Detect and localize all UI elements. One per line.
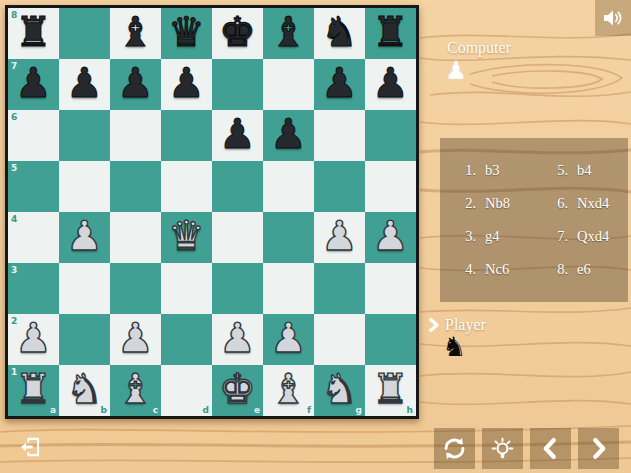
black-knight[interactable]: ♞ (314, 8, 365, 59)
move-text: b3 (485, 162, 500, 179)
move-text: b4 (577, 162, 592, 179)
square-h3[interactable] (365, 263, 416, 314)
white-rook[interactable]: ♜ (365, 365, 416, 416)
square-f3[interactable] (263, 263, 314, 314)
white-pawn[interactable]: ♟ (314, 212, 365, 263)
move-number: 7. (546, 228, 568, 245)
move-number: 3. (454, 228, 476, 245)
move-text: Nb8 (485, 195, 510, 212)
square-g1[interactable]: g♞ (314, 365, 365, 416)
move-list-panel: 1.b3 5.b4 2.Nb8 6.Nxd4 3.g4 7.Qxd4 4.Nc6… (440, 138, 628, 302)
square-d3[interactable] (161, 263, 212, 314)
square-e4[interactable] (212, 212, 263, 263)
white-bishop[interactable]: ♝ (263, 365, 314, 416)
chevron-right-icon (586, 436, 611, 461)
exit-button[interactable] (12, 428, 50, 466)
exit-icon (18, 431, 44, 463)
lightbulb-icon (489, 435, 516, 462)
move-number: 2. (454, 195, 476, 212)
chevron-left-icon (538, 436, 563, 461)
speaker-icon (601, 6, 625, 30)
square-d6[interactable] (161, 110, 212, 161)
black-pawn[interactable]: ♟ (365, 59, 416, 110)
black-rook[interactable]: ♜ (8, 8, 59, 59)
white-pawn[interactable]: ♟ (263, 314, 314, 365)
black-pawn[interactable]: ♟ (263, 110, 314, 161)
square-g6[interactable] (314, 110, 365, 161)
rank-label: 4 (11, 214, 17, 224)
black-pawn[interactable]: ♟ (110, 59, 161, 110)
restart-button[interactable] (434, 428, 475, 469)
square-f4[interactable] (263, 212, 314, 263)
move-number: 6. (546, 195, 568, 212)
square-a2[interactable]: 2♟ (8, 314, 59, 365)
square-e6[interactable]: ♟ (212, 110, 263, 161)
square-c5[interactable] (110, 161, 161, 212)
square-h8[interactable]: ♜ (365, 8, 416, 59)
black-pawn[interactable]: ♟ (212, 110, 263, 161)
square-b6[interactable] (59, 110, 110, 161)
square-e7[interactable] (212, 59, 263, 110)
square-g3[interactable] (314, 263, 365, 314)
square-c3[interactable] (110, 263, 161, 314)
square-d4[interactable]: ♛ (161, 212, 212, 263)
square-c6[interactable] (110, 110, 161, 161)
square-e1[interactable]: e♚ (212, 365, 263, 416)
square-e2[interactable]: ♟ (212, 314, 263, 365)
move-entry: 6.Nxd4 (546, 195, 624, 212)
black-pawn[interactable]: ♟ (314, 59, 365, 110)
square-f5[interactable] (263, 161, 314, 212)
computer-label: Computer (447, 39, 511, 57)
black-pawn[interactable]: ♟ (59, 59, 110, 110)
square-g8[interactable]: ♞ (314, 8, 365, 59)
white-knight[interactable]: ♞ (59, 365, 110, 416)
square-g4[interactable]: ♟ (314, 212, 365, 263)
square-h5[interactable] (365, 161, 416, 212)
move-number: 5. (546, 162, 568, 179)
forward-button[interactable] (578, 428, 619, 469)
square-a5[interactable]: 5 (8, 161, 59, 212)
black-bishop[interactable]: ♝ (110, 8, 161, 59)
square-b1[interactable]: b♞ (59, 365, 110, 416)
square-c7[interactable]: ♟ (110, 59, 161, 110)
black-bishop[interactable]: ♝ (263, 8, 314, 59)
square-d7[interactable]: ♟ (161, 59, 212, 110)
move-entry: 1.b3 (454, 162, 546, 179)
square-d8[interactable]: ♛ (161, 8, 212, 59)
rank-label: 3 (11, 265, 17, 275)
move-entry: 3.g4 (454, 228, 546, 245)
square-f2[interactable]: ♟ (263, 314, 314, 365)
square-g2[interactable] (314, 314, 365, 365)
square-b5[interactable] (59, 161, 110, 212)
white-knight[interactable]: ♞ (314, 365, 365, 416)
move-entry: 2.Nb8 (454, 195, 546, 212)
black-king[interactable]: ♚ (212, 8, 263, 59)
square-f6[interactable]: ♟ (263, 110, 314, 161)
square-f8[interactable]: ♝ (263, 8, 314, 59)
square-b2[interactable] (59, 314, 110, 365)
square-d5[interactable] (161, 161, 212, 212)
square-b8[interactable] (59, 8, 110, 59)
white-king[interactable]: ♚ (212, 365, 263, 416)
white-pawn[interactable]: ♟ (59, 212, 110, 263)
move-text: Nc6 (485, 261, 509, 278)
move-number: 8. (546, 261, 568, 278)
black-pawn[interactable]: ♟ (161, 59, 212, 110)
white-queen[interactable]: ♛ (161, 212, 212, 263)
square-f1[interactable]: f♝ (263, 365, 314, 416)
white-pawn-icon: ♟ (444, 56, 468, 86)
square-h6[interactable] (365, 110, 416, 161)
move-text: g4 (485, 228, 500, 245)
square-e8[interactable]: ♚ (212, 8, 263, 59)
rank-label: 6 (11, 112, 17, 122)
hint-button[interactable] (482, 428, 523, 469)
move-entry: 5.b4 (546, 162, 624, 179)
back-button[interactable] (530, 428, 571, 469)
square-g5[interactable] (314, 161, 365, 212)
move-text: Qxd4 (577, 228, 609, 245)
chess-board[interactable]: 8♜♝♛♚♝♞♜7♟♟♟♟♟♟6♟♟54♟♛♟♟32♟♟♟♟1a♜b♞c♝de♚… (5, 5, 419, 419)
white-pawn[interactable]: ♟ (8, 314, 59, 365)
square-h7[interactable]: ♟ (365, 59, 416, 110)
black-queen[interactable]: ♛ (161, 8, 212, 59)
square-h4[interactable]: ♟ (365, 212, 416, 263)
square-a1[interactable]: 1a♜ (8, 365, 59, 416)
square-b7[interactable]: ♟ (59, 59, 110, 110)
white-pawn[interactable]: ♟ (110, 314, 161, 365)
white-rook[interactable]: ♜ (8, 365, 59, 416)
file-label: d (203, 405, 209, 415)
move-entry: 4.Nc6 (454, 261, 546, 278)
move-text: Nxd4 (577, 195, 609, 212)
sound-button[interactable] (595, 0, 631, 36)
square-a8[interactable]: 8♜ (8, 8, 59, 59)
square-g7[interactable]: ♟ (314, 59, 365, 110)
square-h2[interactable] (365, 314, 416, 365)
square-c1[interactable]: c♝ (110, 365, 161, 416)
white-pawn[interactable]: ♟ (212, 314, 263, 365)
black-rook[interactable]: ♜ (365, 8, 416, 59)
refresh-icon (441, 435, 468, 462)
square-e3[interactable] (212, 263, 263, 314)
square-c4[interactable] (110, 212, 161, 263)
turn-indicator-icon (427, 318, 440, 332)
square-a3[interactable]: 3 (8, 263, 59, 314)
black-pawn[interactable]: ♟ (8, 59, 59, 110)
white-bishop[interactable]: ♝ (110, 365, 161, 416)
move-number: 1. (454, 162, 476, 179)
square-a6[interactable]: 6 (8, 110, 59, 161)
square-h1[interactable]: h♜ (365, 365, 416, 416)
move-text: e6 (577, 261, 591, 278)
white-pawn[interactable]: ♟ (365, 212, 416, 263)
black-knight-icon: ♞ (441, 332, 467, 362)
square-b4[interactable]: ♟ (59, 212, 110, 263)
square-c8[interactable]: ♝ (110, 8, 161, 59)
move-number: 4. (454, 261, 476, 278)
chess-app: 8♜♝♛♚♝♞♜7♟♟♟♟♟♟6♟♟54♟♛♟♟32♟♟♟♟1a♜b♞c♝de♚… (0, 0, 631, 473)
square-b3[interactable] (59, 263, 110, 314)
move-entry: 7.Qxd4 (546, 228, 624, 245)
square-c2[interactable]: ♟ (110, 314, 161, 365)
square-e5[interactable] (212, 161, 263, 212)
square-d2[interactable] (161, 314, 212, 365)
square-f7[interactable] (263, 59, 314, 110)
square-d1[interactable]: d (161, 365, 212, 416)
move-entry: 8.e6 (546, 261, 624, 278)
square-a7[interactable]: 7♟ (8, 59, 59, 110)
rank-label: 5 (11, 163, 17, 173)
square-a4[interactable]: 4 (8, 212, 59, 263)
